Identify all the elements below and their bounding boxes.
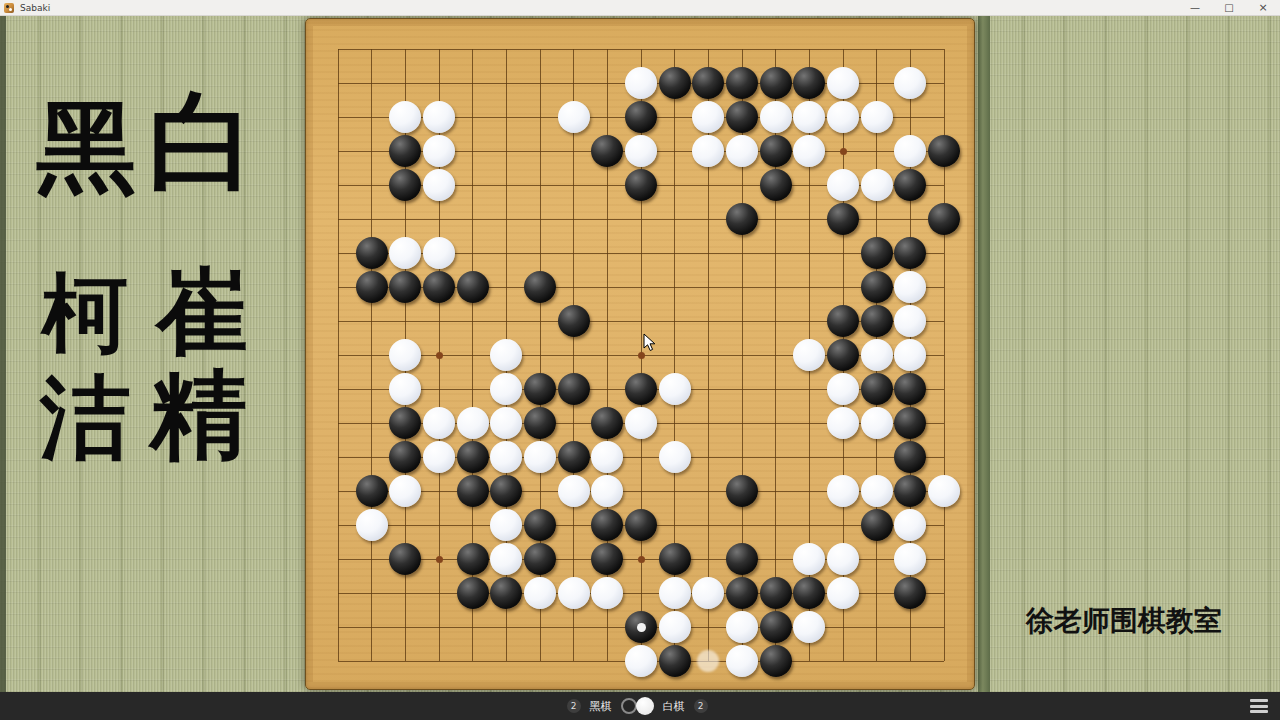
star-point: [638, 352, 645, 359]
stone-white: [423, 407, 455, 439]
stone-white: [827, 577, 859, 609]
stone-white: [659, 611, 691, 643]
stone-white: [894, 67, 926, 99]
stone-white: [558, 577, 590, 609]
stone-black: [625, 169, 657, 201]
stone-white: [827, 67, 859, 99]
stone-black: [490, 475, 522, 507]
stone-black: [389, 135, 421, 167]
stone-black: [827, 339, 859, 371]
stone-white: [793, 543, 825, 575]
stone-black: [827, 203, 859, 235]
window-titlebar: Sabaki — □ ×: [0, 0, 1280, 16]
stone-black: [726, 543, 758, 575]
stone-black: [457, 475, 489, 507]
star-point: [638, 556, 645, 563]
stone-white: [692, 577, 724, 609]
stone-black: [861, 373, 893, 405]
stone-white: [625, 67, 657, 99]
stone-white: [861, 339, 893, 371]
stone-black: [591, 135, 623, 167]
stone-black: [423, 271, 455, 303]
stone-white: [861, 407, 893, 439]
stone-white: [389, 101, 421, 133]
stone-black: [760, 611, 792, 643]
star-point: [436, 352, 443, 359]
stone-white: [490, 441, 522, 473]
stone-white: [356, 509, 388, 541]
stone-white: [861, 169, 893, 201]
stone-black: [726, 203, 758, 235]
stone-white: [423, 169, 455, 201]
stone-black: [894, 441, 926, 473]
white-player-name-char2: 精: [150, 366, 247, 463]
tatami-edge-right: [978, 16, 990, 692]
black-turn-circle-icon: [621, 698, 637, 714]
stone-black: [726, 475, 758, 507]
stone-black: [524, 373, 556, 405]
capture-indicator-group: 2 黑棋 白棋 2: [0, 692, 1277, 720]
stone-black: [457, 441, 489, 473]
stone-white: [894, 271, 926, 303]
status-bar: 2 黑棋 白棋 2: [0, 692, 1280, 720]
stone-black: [591, 509, 623, 541]
stone-black: [894, 407, 926, 439]
stone-white: [861, 101, 893, 133]
tatami-edge-left: [0, 16, 6, 692]
stone-white: [894, 135, 926, 167]
stone-white: [928, 475, 960, 507]
stone-black: [861, 305, 893, 337]
stone-white: [827, 407, 859, 439]
stone-black: [457, 271, 489, 303]
stone-black: [726, 577, 758, 609]
turn-toggle[interactable]: [621, 697, 654, 715]
stone-white: [389, 373, 421, 405]
stone-white: [827, 543, 859, 575]
black-player-name-char2: 洁: [40, 372, 131, 463]
stone-white: [591, 577, 623, 609]
stone-black: [659, 67, 691, 99]
stone-white: [423, 135, 455, 167]
sabaki-app-icon: [4, 3, 14, 13]
stone-black: [861, 237, 893, 269]
stone-black: [625, 101, 657, 133]
stone-black: [726, 101, 758, 133]
ghost-stone: [697, 650, 719, 672]
stone-white: [558, 475, 590, 507]
stone-black: [524, 509, 556, 541]
stone-black: [928, 135, 960, 167]
stone-white: [894, 543, 926, 575]
stone-white: [659, 373, 691, 405]
stone-black: [490, 577, 522, 609]
window-title: Sabaki: [20, 3, 50, 13]
stone-black: [760, 645, 792, 677]
hamburger-menu-icon[interactable]: [1250, 698, 1268, 714]
goban[interactable]: [305, 18, 975, 690]
stone-black: [356, 237, 388, 269]
stone-white: [457, 407, 489, 439]
stone-white: [861, 475, 893, 507]
stone-black: [760, 577, 792, 609]
stone-black: [591, 543, 623, 575]
stone-white: [389, 237, 421, 269]
stone-white: [760, 101, 792, 133]
stone-black: [894, 373, 926, 405]
stone-black: [389, 169, 421, 201]
stone-black: [524, 543, 556, 575]
stone-black: [894, 475, 926, 507]
white-player-name-char1: 崔: [156, 266, 249, 359]
stone-black: [625, 509, 657, 541]
stone-black: [760, 169, 792, 201]
stone-white: [793, 339, 825, 371]
stone-white: [524, 577, 556, 609]
white-turn-circle-icon: [636, 697, 654, 715]
white-label: 白: [148, 88, 256, 196]
stone-black: [793, 577, 825, 609]
stone-black: [894, 237, 926, 269]
stone-black: [389, 543, 421, 575]
stone-black: [827, 305, 859, 337]
stone-black: [928, 203, 960, 235]
stone-black: [389, 407, 421, 439]
last-move-marker: [637, 623, 646, 632]
stone-white: [591, 475, 623, 507]
stone-black: [457, 543, 489, 575]
stone-black: [389, 271, 421, 303]
star-point: [840, 148, 847, 155]
stone-black: [625, 373, 657, 405]
stone-black: [524, 271, 556, 303]
stone-black: [524, 407, 556, 439]
stone-black: [760, 67, 792, 99]
stone-white: [490, 373, 522, 405]
white-player-label: 白棋: [663, 699, 685, 714]
stone-black: [894, 169, 926, 201]
watermark-text: 徐老师围棋教室: [1026, 602, 1222, 640]
stone-white: [625, 407, 657, 439]
stone-white: [659, 441, 691, 473]
stone-black: [659, 543, 691, 575]
stone-white: [726, 135, 758, 167]
stone-black: [356, 271, 388, 303]
black-label: 黑: [36, 98, 136, 198]
stone-white: [726, 645, 758, 677]
stone-white: [591, 441, 623, 473]
maximize-button[interactable]: □: [1212, 0, 1246, 16]
main-area: 黑 白 柯 洁 崔 精 徐老师围棋教室: [0, 16, 1280, 692]
black-player-name-char1: 柯: [42, 270, 128, 356]
stone-white: [827, 475, 859, 507]
stone-white: [827, 101, 859, 133]
stone-white: [490, 407, 522, 439]
stone-white: [894, 305, 926, 337]
stone-white: [423, 441, 455, 473]
stone-white: [423, 101, 455, 133]
stone-black: [558, 305, 590, 337]
stone-white: [793, 101, 825, 133]
stone-black: [760, 135, 792, 167]
stone-white: [894, 509, 926, 541]
stone-white: [692, 135, 724, 167]
stone-white: [894, 339, 926, 371]
stone-white: [726, 611, 758, 643]
stone-white: [389, 339, 421, 371]
black-player-label: 黑棋: [590, 699, 612, 714]
stone-white: [827, 169, 859, 201]
stone-white: [490, 509, 522, 541]
stone-white: [490, 339, 522, 371]
stone-white: [490, 543, 522, 575]
black-captures-badge: 2: [567, 699, 581, 713]
close-button[interactable]: ×: [1246, 0, 1280, 16]
stone-white: [625, 645, 657, 677]
stone-black: [558, 441, 590, 473]
window-controls: — □ ×: [1178, 0, 1280, 16]
mouse-cursor: [643, 333, 656, 352]
star-point: [436, 556, 443, 563]
stone-white: [558, 101, 590, 133]
stone-white: [692, 101, 724, 133]
stone-black: [861, 271, 893, 303]
stone-white: [827, 373, 859, 405]
stone-white: [659, 577, 691, 609]
stone-black: [659, 645, 691, 677]
stone-black: [625, 611, 657, 643]
stone-white: [793, 611, 825, 643]
stone-black: [457, 577, 489, 609]
stone-white: [625, 135, 657, 167]
stone-black: [389, 441, 421, 473]
stone-black: [356, 475, 388, 507]
stone-white: [389, 475, 421, 507]
stone-white: [423, 237, 455, 269]
stone-black: [558, 373, 590, 405]
stone-black: [793, 67, 825, 99]
stone-black: [726, 67, 758, 99]
stone-black: [861, 509, 893, 541]
minimize-button[interactable]: —: [1178, 0, 1212, 16]
stone-white: [793, 135, 825, 167]
stone-black: [591, 407, 623, 439]
white-captures-badge: 2: [694, 699, 708, 713]
stone-black: [692, 67, 724, 99]
stone-white: [524, 441, 556, 473]
stone-black: [894, 577, 926, 609]
